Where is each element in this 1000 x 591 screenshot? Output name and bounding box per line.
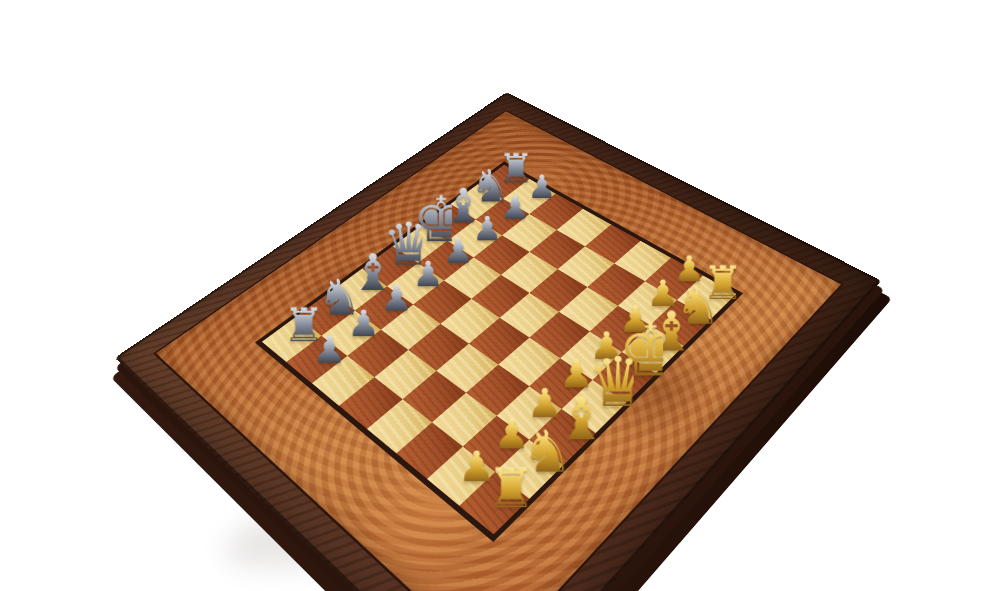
product-photo-stage: ♜♞♝♛♚♝♞♜♟♟♟♟♟♟♟♟♟♟♟♟♟♟♟♟♜♞♝♛♚♝♞♜ [0, 0, 1000, 591]
black-pawn-a7[interactable]: ♟ [308, 332, 352, 369]
chess-board-platform: ♜♞♝♛♚♝♞♜♟♟♟♟♟♟♟♟♟♟♟♟♟♟♟♟♜♞♝♛♚♝♞♜ [115, 92, 882, 591]
white-rook-a1[interactable]: ♜ [486, 461, 536, 516]
chess-board: ♜♞♝♛♚♝♞♜♟♟♟♟♟♟♟♟♟♟♟♟♟♟♟♟♜♞♝♛♚♝♞♜ [255, 161, 743, 542]
